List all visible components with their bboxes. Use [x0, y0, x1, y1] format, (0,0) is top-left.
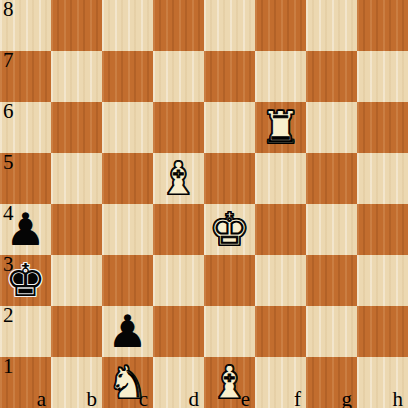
black-pawn[interactable]: ♟: [0, 204, 51, 255]
square-h8[interactable]: [357, 0, 408, 51]
file-label-g: g: [342, 387, 353, 408]
square-c8[interactable]: [102, 0, 153, 51]
square-g7[interactable]: [306, 51, 357, 102]
rank-label-6: 6: [3, 102, 14, 123]
square-g5[interactable]: [306, 153, 357, 204]
file-label-a: a: [37, 387, 46, 408]
black-king[interactable]: ♚: [0, 255, 51, 306]
square-a5[interactable]: 5: [0, 153, 51, 204]
square-a6[interactable]: 6: [0, 102, 51, 153]
square-c1[interactable]: c♞: [102, 357, 153, 408]
square-a8[interactable]: 8: [0, 0, 51, 51]
white-bishop[interactable]: ♝: [204, 357, 255, 408]
square-h7[interactable]: [357, 51, 408, 102]
square-f8[interactable]: [255, 0, 306, 51]
file-label-d: d: [189, 387, 200, 408]
square-g6[interactable]: [306, 102, 357, 153]
square-c5[interactable]: [102, 153, 153, 204]
square-e1[interactable]: e♝: [204, 357, 255, 408]
square-g1[interactable]: g: [306, 357, 357, 408]
square-d2[interactable]: [153, 306, 204, 357]
square-c4[interactable]: [102, 204, 153, 255]
rank-label-8: 8: [3, 0, 14, 21]
file-label-b: b: [87, 387, 98, 408]
black-pawn[interactable]: ♟: [102, 306, 153, 357]
rank-label-1: 1: [3, 357, 14, 378]
square-e4[interactable]: ♚: [204, 204, 255, 255]
square-h5[interactable]: [357, 153, 408, 204]
square-e3[interactable]: [204, 255, 255, 306]
square-b5[interactable]: [51, 153, 102, 204]
white-bishop[interactable]: ♝: [153, 153, 204, 204]
square-f6[interactable]: ♜: [255, 102, 306, 153]
square-g8[interactable]: [306, 0, 357, 51]
square-g2[interactable]: [306, 306, 357, 357]
square-c6[interactable]: [102, 102, 153, 153]
square-d8[interactable]: [153, 0, 204, 51]
square-a3[interactable]: 3♚: [0, 255, 51, 306]
square-f4[interactable]: [255, 204, 306, 255]
rank-label-7: 7: [3, 51, 14, 72]
rank-label-2: 2: [3, 306, 14, 327]
square-d4[interactable]: [153, 204, 204, 255]
square-d5[interactable]: ♝: [153, 153, 204, 204]
square-e8[interactable]: [204, 0, 255, 51]
square-c2[interactable]: ♟: [102, 306, 153, 357]
file-label-h: h: [393, 387, 404, 408]
square-b7[interactable]: [51, 51, 102, 102]
square-d1[interactable]: d: [153, 357, 204, 408]
square-f7[interactable]: [255, 51, 306, 102]
square-c3[interactable]: [102, 255, 153, 306]
square-h4[interactable]: [357, 204, 408, 255]
square-e6[interactable]: [204, 102, 255, 153]
square-b8[interactable]: [51, 0, 102, 51]
square-h6[interactable]: [357, 102, 408, 153]
square-a4[interactable]: 4♟: [0, 204, 51, 255]
square-g4[interactable]: [306, 204, 357, 255]
square-g3[interactable]: [306, 255, 357, 306]
square-a1[interactable]: 1a: [0, 357, 51, 408]
square-a7[interactable]: 7: [0, 51, 51, 102]
white-knight[interactable]: ♞: [102, 357, 153, 408]
square-b4[interactable]: [51, 204, 102, 255]
square-b1[interactable]: b: [51, 357, 102, 408]
square-e5[interactable]: [204, 153, 255, 204]
square-b3[interactable]: [51, 255, 102, 306]
square-h1[interactable]: h: [357, 357, 408, 408]
square-h3[interactable]: [357, 255, 408, 306]
square-f3[interactable]: [255, 255, 306, 306]
square-d6[interactable]: [153, 102, 204, 153]
square-b2[interactable]: [51, 306, 102, 357]
square-e2[interactable]: [204, 306, 255, 357]
square-d7[interactable]: [153, 51, 204, 102]
white-rook[interactable]: ♜: [255, 102, 306, 153]
square-f5[interactable]: [255, 153, 306, 204]
square-f1[interactable]: f: [255, 357, 306, 408]
rank-label-5: 5: [3, 153, 14, 174]
file-label-f: f: [294, 387, 301, 408]
square-b6[interactable]: [51, 102, 102, 153]
square-h2[interactable]: [357, 306, 408, 357]
square-c7[interactable]: [102, 51, 153, 102]
white-king[interactable]: ♚: [204, 204, 255, 255]
chess-board: 876♜5♝4♟♚3♚2♟1abc♞de♝fgh: [0, 0, 408, 408]
square-e7[interactable]: [204, 51, 255, 102]
square-d3[interactable]: [153, 255, 204, 306]
square-a2[interactable]: 2: [0, 306, 51, 357]
square-f2[interactable]: [255, 306, 306, 357]
